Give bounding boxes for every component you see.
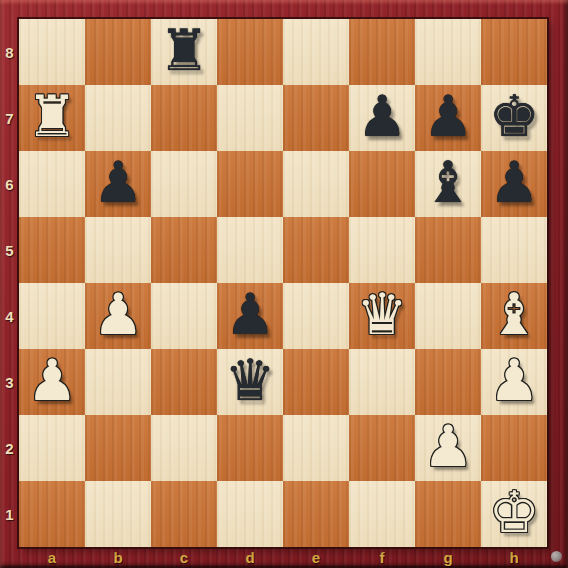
square-c1[interactable] [151, 481, 217, 547]
black-pawn[interactable]: ♟ [422, 88, 473, 145]
file-label-b: b [85, 547, 151, 568]
square-a2[interactable] [19, 415, 85, 481]
square-g6[interactable]: ♝ [415, 151, 481, 217]
white-pawn[interactable]: ♟ [422, 418, 473, 475]
square-g5[interactable] [415, 217, 481, 283]
rank-label-4: 4 [0, 283, 19, 349]
rank-label-5: 5 [0, 217, 19, 283]
white-pawn[interactable]: ♟ [92, 286, 143, 343]
file-label-h: h [481, 547, 547, 568]
square-d1[interactable] [217, 481, 283, 547]
square-d5[interactable] [217, 217, 283, 283]
square-a7[interactable]: ♜ [19, 85, 85, 151]
rank-label-8: 8 [0, 19, 19, 85]
file-label-f: f [349, 547, 415, 568]
square-a8[interactable] [19, 19, 85, 85]
black-pawn[interactable]: ♟ [92, 154, 143, 211]
black-pawn[interactable]: ♟ [488, 154, 539, 211]
square-c5[interactable] [151, 217, 217, 283]
square-b7[interactable] [85, 85, 151, 151]
white-pawn[interactable]: ♟ [26, 352, 77, 409]
black-king[interactable]: ♚ [488, 88, 539, 145]
black-pawn[interactable]: ♟ [356, 88, 407, 145]
square-f3[interactable] [349, 349, 415, 415]
square-c2[interactable] [151, 415, 217, 481]
rank-label-1: 1 [0, 481, 19, 547]
square-g3[interactable] [415, 349, 481, 415]
chess-board: ♜♜♟♟♚♟♝♟♟♟♛♝♟♛♟♟♚ [19, 19, 547, 547]
square-a3[interactable]: ♟ [19, 349, 85, 415]
square-d4[interactable]: ♟ [217, 283, 283, 349]
square-e2[interactable] [283, 415, 349, 481]
black-queen[interactable]: ♛ [224, 352, 275, 409]
file-label-g: g [415, 547, 481, 568]
square-b3[interactable] [85, 349, 151, 415]
white-rook[interactable]: ♜ [26, 88, 77, 145]
square-g1[interactable] [415, 481, 481, 547]
square-g8[interactable] [415, 19, 481, 85]
square-h8[interactable] [481, 19, 547, 85]
square-e6[interactable] [283, 151, 349, 217]
rank-labels: 87654321 [0, 19, 19, 547]
square-f8[interactable] [349, 19, 415, 85]
square-f7[interactable]: ♟ [349, 85, 415, 151]
square-e3[interactable] [283, 349, 349, 415]
rank-label-6: 6 [0, 151, 19, 217]
square-e5[interactable] [283, 217, 349, 283]
white-king[interactable]: ♚ [488, 484, 539, 541]
square-f1[interactable] [349, 481, 415, 547]
square-d7[interactable] [217, 85, 283, 151]
rank-label-3: 3 [0, 349, 19, 415]
black-pawn[interactable]: ♟ [224, 286, 275, 343]
square-h3[interactable]: ♟ [481, 349, 547, 415]
square-d8[interactable] [217, 19, 283, 85]
square-h7[interactable]: ♚ [481, 85, 547, 151]
square-a5[interactable] [19, 217, 85, 283]
black-rook[interactable]: ♜ [158, 22, 209, 79]
square-b4[interactable]: ♟ [85, 283, 151, 349]
square-h1[interactable]: ♚ [481, 481, 547, 547]
square-e7[interactable] [283, 85, 349, 151]
square-e4[interactable] [283, 283, 349, 349]
square-c7[interactable] [151, 85, 217, 151]
square-b6[interactable]: ♟ [85, 151, 151, 217]
square-f4[interactable]: ♛ [349, 283, 415, 349]
rank-label-2: 2 [0, 415, 19, 481]
square-f2[interactable] [349, 415, 415, 481]
square-f5[interactable] [349, 217, 415, 283]
square-a4[interactable] [19, 283, 85, 349]
square-e8[interactable] [283, 19, 349, 85]
square-f6[interactable] [349, 151, 415, 217]
square-a6[interactable] [19, 151, 85, 217]
file-label-a: a [19, 547, 85, 568]
file-label-e: e [283, 547, 349, 568]
square-d3[interactable]: ♛ [217, 349, 283, 415]
square-b8[interactable] [85, 19, 151, 85]
square-g4[interactable] [415, 283, 481, 349]
corner-dot [551, 551, 562, 562]
black-bishop[interactable]: ♝ [422, 154, 473, 211]
square-b2[interactable] [85, 415, 151, 481]
square-d6[interactable] [217, 151, 283, 217]
square-c6[interactable] [151, 151, 217, 217]
square-b1[interactable] [85, 481, 151, 547]
square-e1[interactable] [283, 481, 349, 547]
square-h6[interactable]: ♟ [481, 151, 547, 217]
square-h4[interactable]: ♝ [481, 283, 547, 349]
square-d2[interactable] [217, 415, 283, 481]
file-label-c: c [151, 547, 217, 568]
square-g2[interactable]: ♟ [415, 415, 481, 481]
white-pawn[interactable]: ♟ [488, 352, 539, 409]
white-bishop[interactable]: ♝ [488, 286, 539, 343]
rank-label-7: 7 [0, 85, 19, 151]
square-h5[interactable] [481, 217, 547, 283]
square-b5[interactable] [85, 217, 151, 283]
file-labels: abcdefgh [19, 547, 547, 568]
square-c4[interactable] [151, 283, 217, 349]
square-h2[interactable] [481, 415, 547, 481]
board-frame: 87654321 abcdefgh ♜♜♟♟♚♟♝♟♟♟♛♝♟♛♟♟♚ [0, 0, 568, 568]
square-g7[interactable]: ♟ [415, 85, 481, 151]
file-label-d: d [217, 547, 283, 568]
square-a1[interactable] [19, 481, 85, 547]
white-queen[interactable]: ♛ [356, 286, 407, 343]
square-c3[interactable] [151, 349, 217, 415]
square-c8[interactable]: ♜ [151, 19, 217, 85]
